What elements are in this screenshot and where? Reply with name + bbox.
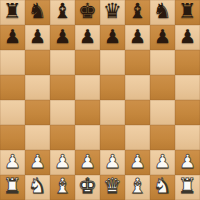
square-c1[interactable]: ♝ — [50, 175, 75, 200]
square-e1[interactable]: ♛ — [100, 175, 125, 200]
piece-white-queen[interactable]: ♛ — [103, 176, 122, 197]
square-a2[interactable]: ♟ — [0, 150, 25, 175]
piece-black-pawn[interactable]: ♟ — [29, 27, 46, 46]
square-d6[interactable] — [75, 50, 100, 75]
piece-white-knight[interactable]: ♞ — [153, 176, 172, 197]
square-b4[interactable] — [25, 100, 50, 125]
square-c5[interactable] — [50, 75, 75, 100]
square-a6[interactable] — [0, 50, 25, 75]
square-d8[interactable]: ♚ — [75, 0, 100, 25]
piece-white-pawn[interactable]: ♟ — [4, 152, 21, 171]
piece-white-king[interactable]: ♚ — [78, 176, 97, 197]
square-h7[interactable]: ♟ — [175, 25, 200, 50]
square-d1[interactable]: ♚ — [75, 175, 100, 200]
square-b3[interactable] — [25, 125, 50, 150]
square-d7[interactable]: ♟ — [75, 25, 100, 50]
square-h3[interactable] — [175, 125, 200, 150]
piece-black-pawn[interactable]: ♟ — [179, 27, 196, 46]
piece-black-pawn[interactable]: ♟ — [79, 27, 96, 46]
square-e4[interactable] — [100, 100, 125, 125]
piece-black-pawn[interactable]: ♟ — [129, 27, 146, 46]
square-g2[interactable]: ♟ — [150, 150, 175, 175]
piece-black-rook[interactable]: ♜ — [178, 1, 197, 22]
square-a3[interactable] — [0, 125, 25, 150]
square-b2[interactable]: ♟ — [25, 150, 50, 175]
square-b8[interactable]: ♞ — [25, 0, 50, 25]
square-a4[interactable] — [0, 100, 25, 125]
square-b5[interactable] — [25, 75, 50, 100]
square-h6[interactable] — [175, 50, 200, 75]
square-e7[interactable]: ♟ — [100, 25, 125, 50]
piece-white-rook[interactable]: ♜ — [3, 176, 22, 197]
square-f7[interactable]: ♟ — [125, 25, 150, 50]
square-f1[interactable]: ♝ — [125, 175, 150, 200]
square-e6[interactable] — [100, 50, 125, 75]
piece-black-pawn[interactable]: ♟ — [4, 27, 21, 46]
piece-black-rook[interactable]: ♜ — [3, 1, 22, 22]
square-h5[interactable] — [175, 75, 200, 100]
piece-white-pawn[interactable]: ♟ — [154, 152, 171, 171]
square-c4[interactable] — [50, 100, 75, 125]
square-h2[interactable]: ♟ — [175, 150, 200, 175]
square-f5[interactable] — [125, 75, 150, 100]
piece-white-bishop[interactable]: ♝ — [53, 176, 72, 197]
square-f8[interactable]: ♝ — [125, 0, 150, 25]
piece-white-rook[interactable]: ♜ — [178, 176, 197, 197]
square-f6[interactable] — [125, 50, 150, 75]
piece-white-pawn[interactable]: ♟ — [29, 152, 46, 171]
square-h8[interactable]: ♜ — [175, 0, 200, 25]
square-c8[interactable]: ♝ — [50, 0, 75, 25]
square-f2[interactable]: ♟ — [125, 150, 150, 175]
square-h1[interactable]: ♜ — [175, 175, 200, 200]
piece-black-bishop[interactable]: ♝ — [128, 1, 147, 22]
square-g1[interactable]: ♞ — [150, 175, 175, 200]
piece-white-pawn[interactable]: ♟ — [129, 152, 146, 171]
square-e5[interactable] — [100, 75, 125, 100]
piece-white-pawn[interactable]: ♟ — [104, 152, 121, 171]
square-d4[interactable] — [75, 100, 100, 125]
square-g5[interactable] — [150, 75, 175, 100]
square-a8[interactable]: ♜ — [0, 0, 25, 25]
square-b6[interactable] — [25, 50, 50, 75]
piece-black-knight[interactable]: ♞ — [153, 1, 172, 22]
square-h4[interactable] — [175, 100, 200, 125]
square-c6[interactable] — [50, 50, 75, 75]
square-a1[interactable]: ♜ — [0, 175, 25, 200]
chess-board: ♜♞♝♚♛♝♞♜♟♟♟♟♟♟♟♟♟♟♟♟♟♟♟♟♜♞♝♚♛♝♞♜ — [0, 0, 200, 200]
piece-white-pawn[interactable]: ♟ — [79, 152, 96, 171]
square-g6[interactable] — [150, 50, 175, 75]
square-a7[interactable]: ♟ — [0, 25, 25, 50]
piece-black-bishop[interactable]: ♝ — [53, 1, 72, 22]
square-c7[interactable]: ♟ — [50, 25, 75, 50]
square-f4[interactable] — [125, 100, 150, 125]
piece-white-knight[interactable]: ♞ — [28, 176, 47, 197]
piece-black-knight[interactable]: ♞ — [28, 1, 47, 22]
square-d3[interactable] — [75, 125, 100, 150]
piece-white-pawn[interactable]: ♟ — [179, 152, 196, 171]
square-e3[interactable] — [100, 125, 125, 150]
square-b7[interactable]: ♟ — [25, 25, 50, 50]
square-g8[interactable]: ♞ — [150, 0, 175, 25]
square-e8[interactable]: ♛ — [100, 0, 125, 25]
square-f3[interactable] — [125, 125, 150, 150]
piece-black-pawn[interactable]: ♟ — [104, 27, 121, 46]
square-g4[interactable] — [150, 100, 175, 125]
square-c2[interactable]: ♟ — [50, 150, 75, 175]
square-a5[interactable] — [0, 75, 25, 100]
square-g3[interactable] — [150, 125, 175, 150]
square-g7[interactable]: ♟ — [150, 25, 175, 50]
piece-white-bishop[interactable]: ♝ — [128, 176, 147, 197]
square-b1[interactable]: ♞ — [25, 175, 50, 200]
piece-black-king[interactable]: ♚ — [78, 1, 97, 22]
piece-black-pawn[interactable]: ♟ — [154, 27, 171, 46]
piece-black-pawn[interactable]: ♟ — [54, 27, 71, 46]
square-e2[interactable]: ♟ — [100, 150, 125, 175]
square-c3[interactable] — [50, 125, 75, 150]
piece-black-queen[interactable]: ♛ — [103, 1, 122, 22]
square-d5[interactable] — [75, 75, 100, 100]
piece-white-pawn[interactable]: ♟ — [54, 152, 71, 171]
square-d2[interactable]: ♟ — [75, 150, 100, 175]
